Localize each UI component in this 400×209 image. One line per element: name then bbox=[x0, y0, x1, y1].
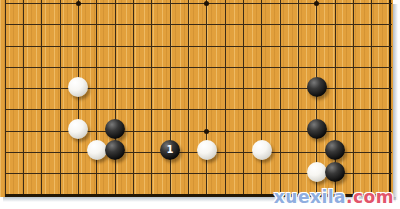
white-stone[interactable] bbox=[307, 162, 327, 182]
watermark-domain-suffix: .com bbox=[346, 187, 394, 207]
star-point bbox=[204, 1, 209, 6]
grid-line-vertical bbox=[60, 0, 61, 196]
grid-line-vertical bbox=[261, 0, 262, 196]
white-stone[interactable] bbox=[68, 77, 88, 97]
white-stone[interactable] bbox=[197, 140, 217, 160]
grid-line-vertical bbox=[298, 0, 299, 196]
grid-line-vertical bbox=[41, 0, 42, 196]
black-stone[interactable] bbox=[105, 140, 125, 160]
black-stone[interactable] bbox=[105, 119, 125, 139]
go-board-screenshot: 1 xuexila.com bbox=[0, 0, 400, 209]
grid-line-vertical bbox=[280, 0, 281, 196]
grid-line-horizontal bbox=[5, 131, 392, 132]
white-stone[interactable] bbox=[87, 140, 107, 160]
marked-black-stone-move-1[interactable]: 1 bbox=[160, 140, 180, 160]
black-stone[interactable] bbox=[307, 77, 327, 97]
grid-line-vertical bbox=[5, 0, 6, 196]
go-board[interactable]: 1 bbox=[0, 0, 393, 197]
grid-line-vertical bbox=[225, 0, 226, 196]
grid-line-vertical bbox=[170, 0, 171, 196]
grid-line-vertical bbox=[96, 0, 97, 196]
star-point bbox=[314, 1, 319, 6]
grid-line-horizontal bbox=[5, 46, 392, 47]
grid-line-vertical bbox=[115, 0, 116, 196]
white-stone[interactable] bbox=[68, 119, 88, 139]
move-number-label: 1 bbox=[167, 140, 174, 160]
grid-line-horizontal bbox=[5, 88, 392, 89]
grid-line-vertical bbox=[78, 0, 79, 196]
grid-line-vertical bbox=[133, 0, 134, 196]
star-point bbox=[204, 129, 209, 134]
grid-line-horizontal bbox=[5, 109, 392, 110]
grid-line-horizontal bbox=[5, 24, 392, 25]
star-point bbox=[76, 1, 81, 6]
black-stone[interactable] bbox=[325, 162, 345, 182]
grid-line-vertical bbox=[371, 0, 372, 196]
grid-line-vertical bbox=[206, 0, 207, 196]
grid-line-horizontal bbox=[5, 67, 392, 68]
grid-line-vertical bbox=[188, 0, 189, 196]
grid-line-vertical bbox=[353, 0, 354, 196]
grid-line-vertical bbox=[243, 0, 244, 196]
grid-line-horizontal bbox=[5, 3, 392, 4]
grid-line-vertical bbox=[23, 0, 24, 196]
watermark-site-name: xuexila bbox=[274, 187, 346, 207]
black-stone[interactable] bbox=[307, 119, 327, 139]
site-watermark: xuexila.com bbox=[274, 187, 394, 207]
black-stone[interactable] bbox=[325, 140, 345, 160]
board-shadow-right bbox=[393, 4, 398, 200]
white-stone[interactable] bbox=[252, 140, 272, 160]
board-right-edge-line bbox=[389, 0, 392, 196]
grid-line-vertical bbox=[151, 0, 152, 196]
